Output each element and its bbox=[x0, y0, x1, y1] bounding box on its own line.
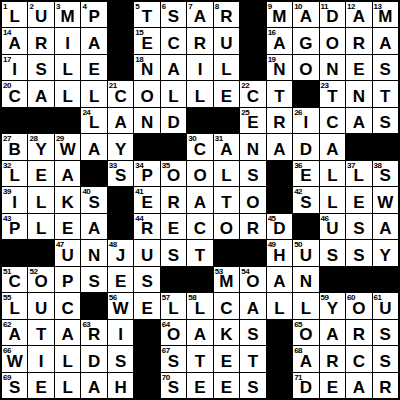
cell-letter: E bbox=[194, 379, 205, 398]
cell-r11c11[interactable]: A bbox=[267, 267, 292, 292]
cell-r12c10[interactable]: A bbox=[240, 293, 265, 318]
cell-r7c10[interactable]: S bbox=[240, 161, 265, 186]
cell-r8c15[interactable]: W bbox=[373, 187, 398, 212]
clue-number: 27 bbox=[3, 134, 11, 143]
cell-r6c10[interactable]: N bbox=[240, 134, 265, 159]
cell-r6c8[interactable]: 30C bbox=[187, 134, 212, 159]
cell-r1c6[interactable]: 5T bbox=[134, 2, 159, 27]
cell-r4c5[interactable]: 21C bbox=[108, 81, 133, 106]
cell-r2c6[interactable]: 15E bbox=[134, 28, 159, 53]
cell-letter: E bbox=[141, 194, 152, 213]
cell-r8c6[interactable]: 41E bbox=[134, 187, 159, 212]
cell-letter: L bbox=[195, 300, 205, 319]
cell-letter: A bbox=[9, 326, 21, 345]
cell-r14c9[interactable]: E bbox=[214, 346, 239, 371]
cell-r9c11[interactable]: 45D bbox=[267, 214, 292, 239]
cell-letter: L bbox=[195, 88, 205, 107]
cell-r5c11[interactable]: R bbox=[267, 108, 292, 133]
cell-r9c13[interactable]: 46U bbox=[320, 214, 345, 239]
cell-letter: A bbox=[353, 8, 365, 27]
cell-r4c1[interactable]: 20C bbox=[2, 81, 27, 106]
cell-letter: M bbox=[61, 8, 75, 27]
cell-r1c9[interactable]: 8R bbox=[214, 2, 239, 27]
cell-r4c7[interactable]: L bbox=[161, 81, 186, 106]
cell-r13c3[interactable]: A bbox=[55, 320, 80, 345]
cell-r2c13[interactable]: O bbox=[320, 28, 345, 53]
cell-r1c10 bbox=[240, 2, 265, 27]
cell-r14c3[interactable]: L bbox=[55, 346, 80, 371]
cell-r15c13[interactable]: E bbox=[320, 373, 345, 398]
cell-letter: N bbox=[300, 273, 312, 292]
cell-r7c9[interactable]: L bbox=[214, 161, 239, 186]
cell-r13c13[interactable]: A bbox=[320, 320, 345, 345]
cell-r3c15[interactable]: S bbox=[373, 55, 398, 80]
cell-letter: L bbox=[36, 220, 46, 239]
cell-r11c10[interactable]: 54O bbox=[240, 267, 265, 292]
cell-r11c12[interactable]: N bbox=[293, 267, 318, 292]
cell-r14c15[interactable]: S bbox=[373, 346, 398, 371]
cell-r9c12 bbox=[293, 214, 318, 239]
cell-r9c9[interactable]: O bbox=[214, 214, 239, 239]
cell-r3c14[interactable]: E bbox=[346, 55, 371, 80]
cell-r15c10[interactable]: S bbox=[240, 373, 265, 398]
clue-number: 1 bbox=[3, 2, 7, 11]
cell-letter: J bbox=[116, 247, 125, 266]
cell-r11c4[interactable]: S bbox=[81, 267, 106, 292]
cell-r7c5[interactable]: 33S bbox=[108, 161, 133, 186]
cell-letter: M bbox=[272, 8, 286, 27]
cell-letter: S bbox=[168, 379, 179, 398]
cell-r7c7[interactable]: 35O bbox=[161, 161, 186, 186]
cell-r15c12[interactable]: 71D bbox=[293, 373, 318, 398]
cell-r2c1[interactable]: 14A bbox=[2, 28, 27, 53]
cell-r5c8 bbox=[187, 108, 212, 133]
cell-r9c4[interactable]: A bbox=[81, 214, 106, 239]
cell-r9c2[interactable]: L bbox=[28, 214, 53, 239]
cell-r11c2[interactable]: 52O bbox=[28, 267, 53, 292]
cell-r14c5[interactable]: S bbox=[108, 346, 133, 371]
clue-number: 47 bbox=[56, 240, 64, 249]
cell-r12c7[interactable]: 57L bbox=[161, 293, 186, 318]
cell-letter: A bbox=[88, 35, 100, 54]
cell-r6c1[interactable]: 27B bbox=[2, 134, 27, 159]
cell-r8c8[interactable]: A bbox=[187, 187, 212, 212]
cell-r13c7[interactable]: 64O bbox=[161, 320, 186, 345]
clue-number: 16 bbox=[268, 28, 276, 37]
cell-letter: T bbox=[248, 353, 258, 372]
cell-r12c11[interactable]: L bbox=[267, 293, 292, 318]
cell-r10c4[interactable]: N bbox=[81, 240, 106, 265]
clue-number: 53 bbox=[215, 267, 223, 276]
cell-letter: A bbox=[273, 273, 285, 292]
cell-r5c13[interactable]: C bbox=[320, 108, 345, 133]
cell-r6c13[interactable]: A bbox=[320, 134, 345, 159]
cell-letter: R bbox=[273, 114, 285, 133]
cell-r10c9 bbox=[214, 240, 239, 265]
cell-letter: C bbox=[353, 353, 365, 372]
cell-r2c8[interactable]: R bbox=[187, 28, 212, 53]
cell-letter: A bbox=[273, 35, 285, 54]
cell-r11c1[interactable]: 51C bbox=[2, 267, 27, 292]
clue-number: 7 bbox=[188, 2, 192, 11]
cell-r13c2[interactable]: T bbox=[28, 320, 53, 345]
cell-letter: O bbox=[246, 194, 259, 213]
cell-r4c3[interactable]: L bbox=[55, 81, 80, 106]
cell-r2c4[interactable]: A bbox=[81, 28, 106, 53]
cell-letter: I bbox=[118, 326, 123, 345]
cell-r13c5[interactable]: I bbox=[108, 320, 133, 345]
clue-number: 5 bbox=[135, 2, 139, 11]
clue-number: 30 bbox=[188, 134, 196, 143]
cell-letter: L bbox=[89, 88, 99, 107]
cell-r12c4 bbox=[81, 293, 106, 318]
cell-r2c7[interactable]: C bbox=[161, 28, 186, 53]
cell-r15c14[interactable]: A bbox=[346, 373, 371, 398]
cell-r6c2[interactable]: 28Y bbox=[28, 134, 53, 159]
cell-letter: Y bbox=[380, 247, 391, 266]
cell-r7c1[interactable]: 32L bbox=[2, 161, 27, 186]
cell-r9c7[interactable]: E bbox=[161, 214, 186, 239]
cell-letter: T bbox=[195, 353, 205, 372]
cell-letter: U bbox=[141, 247, 153, 266]
cell-r12c13[interactable]: 59Y bbox=[320, 293, 345, 318]
cell-letter: O bbox=[299, 326, 312, 345]
cell-r15c4[interactable]: A bbox=[81, 373, 106, 398]
cell-r9c15[interactable]: A bbox=[373, 214, 398, 239]
cell-letter: R bbox=[194, 35, 206, 54]
cell-letter: L bbox=[62, 88, 72, 107]
cell-r4c4[interactable]: L bbox=[81, 81, 106, 106]
cell-letter: N bbox=[273, 61, 285, 80]
cell-r1c12[interactable]: 10A bbox=[293, 2, 318, 27]
cell-r15c7[interactable]: 70S bbox=[161, 373, 186, 398]
cell-r7c13[interactable]: L bbox=[320, 161, 345, 186]
cell-r6c15 bbox=[373, 134, 398, 159]
cell-letter: C bbox=[167, 35, 179, 54]
clue-number: 68 bbox=[294, 346, 302, 355]
cell-letter: N bbox=[141, 61, 153, 80]
cell-r14c1[interactable]: 66W bbox=[2, 346, 27, 371]
cell-letter: E bbox=[141, 300, 152, 319]
cell-r12c1[interactable]: 55L bbox=[2, 293, 27, 318]
cell-r9c1[interactable]: 43P bbox=[2, 214, 27, 239]
cell-r8c14[interactable]: E bbox=[346, 187, 371, 212]
cell-r5c14[interactable]: A bbox=[346, 108, 371, 133]
cell-letter: H bbox=[273, 247, 285, 266]
clue-number: 60 bbox=[347, 293, 355, 302]
cell-r15c6 bbox=[134, 373, 159, 398]
cell-letter: S bbox=[141, 273, 152, 292]
cell-r3c2[interactable]: S bbox=[28, 55, 53, 80]
cell-letter: S bbox=[36, 61, 47, 80]
cell-r12c6[interactable]: E bbox=[134, 293, 159, 318]
cell-r5c6[interactable]: N bbox=[134, 108, 159, 133]
cell-r2c11[interactable]: 16A bbox=[267, 28, 292, 53]
cell-r14c12[interactable]: 68A bbox=[293, 346, 318, 371]
cell-r10c8[interactable]: T bbox=[187, 240, 212, 265]
cell-r12c8[interactable]: 58L bbox=[187, 293, 212, 318]
cell-r11c9[interactable]: 53M bbox=[214, 267, 239, 292]
cell-letter: I bbox=[12, 61, 17, 80]
cell-letter: U bbox=[35, 8, 47, 27]
cell-r3c12[interactable]: O bbox=[293, 55, 318, 80]
cell-r2c9[interactable]: U bbox=[214, 28, 239, 53]
cell-r15c15[interactable]: R bbox=[373, 373, 398, 398]
cell-r1c14[interactable]: 12A bbox=[346, 2, 371, 27]
cell-r13c12[interactable]: 65O bbox=[293, 320, 318, 345]
cell-r8c12[interactable]: 42S bbox=[293, 187, 318, 212]
cell-r4c10[interactable]: 22C bbox=[240, 81, 265, 106]
cell-letter: D bbox=[273, 220, 285, 239]
clue-number: 51 bbox=[3, 267, 11, 276]
cell-r9c6[interactable]: 44R bbox=[134, 214, 159, 239]
cell-r15c9[interactable]: E bbox=[214, 373, 239, 398]
cell-r4c14[interactable]: N bbox=[346, 81, 371, 106]
cell-letter: L bbox=[354, 167, 364, 186]
cell-r15c8[interactable]: E bbox=[187, 373, 212, 398]
cell-letter: O bbox=[140, 88, 153, 107]
cell-letter: O bbox=[246, 273, 259, 292]
cell-r15c5[interactable]: H bbox=[108, 373, 133, 398]
cell-r2c14[interactable]: R bbox=[346, 28, 371, 53]
cell-r7c3[interactable]: A bbox=[55, 161, 80, 186]
cell-letter: C bbox=[220, 300, 232, 319]
cell-r5c12[interactable]: 26I bbox=[293, 108, 318, 133]
clue-number: 59 bbox=[321, 293, 329, 302]
cell-r4c6[interactable]: O bbox=[134, 81, 159, 106]
cell-letter: A bbox=[88, 379, 100, 398]
cell-letter: I bbox=[198, 61, 203, 80]
cell-letter: R bbox=[379, 379, 391, 398]
cell-r13c9[interactable]: K bbox=[214, 320, 239, 345]
cell-r13c4[interactable]: 63R bbox=[81, 320, 106, 345]
cell-r6c4[interactable]: A bbox=[81, 134, 106, 159]
clue-number: 44 bbox=[135, 214, 143, 223]
cell-r12c9[interactable]: C bbox=[214, 293, 239, 318]
cell-r8c3[interactable]: K bbox=[55, 187, 80, 212]
cell-letter: O bbox=[352, 300, 365, 319]
cell-r5c10[interactable]: 25E bbox=[240, 108, 265, 133]
cell-r14c7[interactable]: 67S bbox=[161, 346, 186, 371]
cell-r3c3[interactable]: L bbox=[55, 55, 80, 80]
cell-r8c7[interactable]: R bbox=[161, 187, 186, 212]
cell-r1c5 bbox=[108, 2, 133, 27]
cell-letter: A bbox=[114, 114, 126, 133]
cell-r3c13[interactable]: N bbox=[320, 55, 345, 80]
clue-number: 37 bbox=[347, 161, 355, 170]
cell-r8c4[interactable]: 40S bbox=[81, 187, 106, 212]
cell-r4c9[interactable]: E bbox=[214, 81, 239, 106]
cell-r6c5[interactable]: Y bbox=[108, 134, 133, 159]
cell-r15c1[interactable]: 69S bbox=[2, 373, 27, 398]
cell-r6c9[interactable]: 31A bbox=[214, 134, 239, 159]
cell-r11c7 bbox=[161, 267, 186, 292]
cell-r11c6[interactable]: S bbox=[134, 267, 159, 292]
cell-letter: L bbox=[62, 379, 72, 398]
cell-r3c7[interactable]: A bbox=[161, 55, 186, 80]
cell-r10c6[interactable]: U bbox=[134, 240, 159, 265]
cell-letter: S bbox=[168, 353, 179, 372]
cell-r5c7[interactable]: D bbox=[161, 108, 186, 133]
cell-letter: A bbox=[194, 326, 206, 345]
cell-r1c2[interactable]: 2U bbox=[28, 2, 53, 27]
clue-number: 15 bbox=[135, 28, 143, 37]
cell-r14c4[interactable]: D bbox=[81, 346, 106, 371]
cell-letter: L bbox=[221, 61, 231, 80]
cell-r4c13[interactable]: 23T bbox=[320, 81, 345, 106]
clue-number: 26 bbox=[294, 108, 302, 117]
cell-r2c3[interactable]: I bbox=[55, 28, 80, 53]
cell-r14c14[interactable]: C bbox=[346, 346, 371, 371]
cell-r7c8[interactable]: O bbox=[187, 161, 212, 186]
cell-r6c12[interactable]: D bbox=[293, 134, 318, 159]
cell-r11c5[interactable]: E bbox=[108, 267, 133, 292]
cell-letter: P bbox=[141, 167, 152, 186]
cell-r12c12[interactable]: L bbox=[293, 293, 318, 318]
cell-r4c2[interactable]: A bbox=[28, 81, 53, 106]
cell-r2c12[interactable]: G bbox=[293, 28, 318, 53]
cell-r11c3[interactable]: P bbox=[55, 267, 80, 292]
cell-r11c8 bbox=[187, 267, 212, 292]
clue-number: 34 bbox=[135, 161, 143, 170]
cell-r3c4[interactable]: E bbox=[81, 55, 106, 80]
cell-r1c3[interactable]: 3M bbox=[55, 2, 80, 27]
cell-r14c13[interactable]: R bbox=[320, 346, 345, 371]
cell-r1c1[interactable]: 1L bbox=[2, 2, 27, 27]
cell-r6c3[interactable]: 29W bbox=[55, 134, 80, 159]
cell-r8c1[interactable]: 39I bbox=[2, 187, 27, 212]
cell-r10c12[interactable]: 50U bbox=[293, 240, 318, 265]
clue-number: 69 bbox=[3, 373, 11, 382]
cell-letter: T bbox=[195, 247, 205, 266]
cell-r2c15[interactable]: A bbox=[373, 28, 398, 53]
cell-r4c15[interactable]: T bbox=[373, 81, 398, 106]
cell-letter: E bbox=[36, 167, 47, 186]
cell-letter: S bbox=[380, 61, 391, 80]
cell-r14c10[interactable]: T bbox=[240, 346, 265, 371]
cell-r3c1[interactable]: 17I bbox=[2, 55, 27, 80]
cell-letter: A bbox=[167, 61, 179, 80]
clue-number: 3 bbox=[56, 2, 60, 11]
cell-r1c4[interactable]: 4P bbox=[81, 2, 106, 27]
cell-letter: U bbox=[220, 35, 232, 54]
cell-letter: C bbox=[194, 141, 206, 160]
cell-letter: O bbox=[35, 273, 48, 292]
cell-letter: N bbox=[353, 88, 365, 107]
cell-r6c7 bbox=[161, 134, 186, 159]
cell-r4c11[interactable]: T bbox=[267, 81, 292, 106]
cell-letter: L bbox=[62, 61, 72, 80]
cell-r12c15[interactable]: 61U bbox=[373, 293, 398, 318]
cell-letter: R bbox=[35, 35, 47, 54]
cell-r2c2[interactable]: R bbox=[28, 28, 53, 53]
cell-letter: S bbox=[300, 194, 311, 213]
cell-letter: T bbox=[274, 88, 284, 107]
cell-letter: M bbox=[219, 273, 233, 292]
cell-r13c8[interactable]: A bbox=[187, 320, 212, 345]
cell-r10c11[interactable]: 49H bbox=[267, 240, 292, 265]
cell-r7c2[interactable]: E bbox=[28, 161, 53, 186]
cell-r1c15[interactable]: 13M bbox=[373, 2, 398, 27]
clue-number: 39 bbox=[3, 187, 11, 196]
clue-number: 6 bbox=[162, 2, 166, 11]
cell-letter: W bbox=[377, 194, 393, 213]
clue-number: 13 bbox=[374, 2, 382, 11]
cell-r13c15[interactable]: S bbox=[373, 320, 398, 345]
cell-r12c3[interactable]: C bbox=[55, 293, 80, 318]
cell-letter: R bbox=[326, 353, 338, 372]
cell-r8c9[interactable]: T bbox=[214, 187, 239, 212]
cell-r1c7[interactable]: 6S bbox=[161, 2, 186, 27]
cell-r4c8[interactable]: L bbox=[187, 81, 212, 106]
cell-r12c5[interactable]: 56W bbox=[108, 293, 133, 318]
cell-r8c2[interactable]: L bbox=[28, 187, 53, 212]
cell-r5c5[interactable]: A bbox=[108, 108, 133, 133]
cell-r3c9[interactable]: L bbox=[214, 55, 239, 80]
cell-letter: T bbox=[221, 194, 231, 213]
cell-letter: C bbox=[9, 88, 21, 107]
cell-letter: E bbox=[353, 61, 364, 80]
cell-r10c5[interactable]: 48J bbox=[108, 240, 133, 265]
cell-r10c13[interactable]: S bbox=[320, 240, 345, 265]
cell-r10c14[interactable]: S bbox=[346, 240, 371, 265]
cell-r13c14[interactable]: R bbox=[346, 320, 371, 345]
cell-r14c8[interactable]: T bbox=[187, 346, 212, 371]
cell-r7c12[interactable]: 36E bbox=[293, 161, 318, 186]
cell-r13c1[interactable]: 62A bbox=[2, 320, 27, 345]
cell-r10c3[interactable]: 47U bbox=[55, 240, 80, 265]
cell-r1c11[interactable]: 9M bbox=[267, 2, 292, 27]
cell-r9c3[interactable]: E bbox=[55, 214, 80, 239]
cell-r3c6[interactable]: 18N bbox=[134, 55, 159, 80]
cell-r1c13[interactable]: 11D bbox=[320, 2, 345, 27]
clue-number: 20 bbox=[3, 81, 11, 90]
cell-r15c3[interactable]: L bbox=[55, 373, 80, 398]
cell-r5c4[interactable]: 24L bbox=[81, 108, 106, 133]
clue-number: 14 bbox=[3, 28, 11, 37]
cell-r7c14[interactable]: 37L bbox=[346, 161, 371, 186]
cell-r3c8[interactable]: I bbox=[187, 55, 212, 80]
cell-letter: R bbox=[220, 8, 232, 27]
cell-letter: S bbox=[380, 353, 391, 372]
cell-letter: L bbox=[10, 8, 20, 27]
cell-r10c15[interactable]: Y bbox=[373, 240, 398, 265]
cell-r12c14[interactable]: 60O bbox=[346, 293, 371, 318]
cell-r13c10[interactable]: S bbox=[240, 320, 265, 345]
cell-r9c14[interactable]: S bbox=[346, 214, 371, 239]
cell-r3c11[interactable]: 19N bbox=[267, 55, 292, 80]
cell-r7c15[interactable]: 38S bbox=[373, 161, 398, 186]
cell-r10c7[interactable]: S bbox=[161, 240, 186, 265]
cell-r14c2[interactable]: I bbox=[28, 346, 53, 371]
cell-letter: E bbox=[88, 61, 99, 80]
cell-r6c11[interactable]: A bbox=[267, 134, 292, 159]
cell-letter: O bbox=[326, 35, 339, 54]
clue-number: 17 bbox=[3, 55, 11, 64]
cell-letter: T bbox=[327, 88, 337, 107]
cell-r15c2[interactable]: E bbox=[28, 373, 53, 398]
cell-r12c2[interactable]: U bbox=[28, 293, 53, 318]
cell-r9c10[interactable]: R bbox=[240, 214, 265, 239]
cell-r1c8[interactable]: 7A bbox=[187, 2, 212, 27]
clue-number: 43 bbox=[3, 214, 11, 223]
cell-r9c8[interactable]: C bbox=[187, 214, 212, 239]
cell-r8c13[interactable]: L bbox=[320, 187, 345, 212]
cell-r5c15[interactable]: S bbox=[373, 108, 398, 133]
clue-number: 9 bbox=[268, 2, 272, 11]
cell-r7c6[interactable]: 34P bbox=[134, 161, 159, 186]
cell-r8c10[interactable]: O bbox=[240, 187, 265, 212]
